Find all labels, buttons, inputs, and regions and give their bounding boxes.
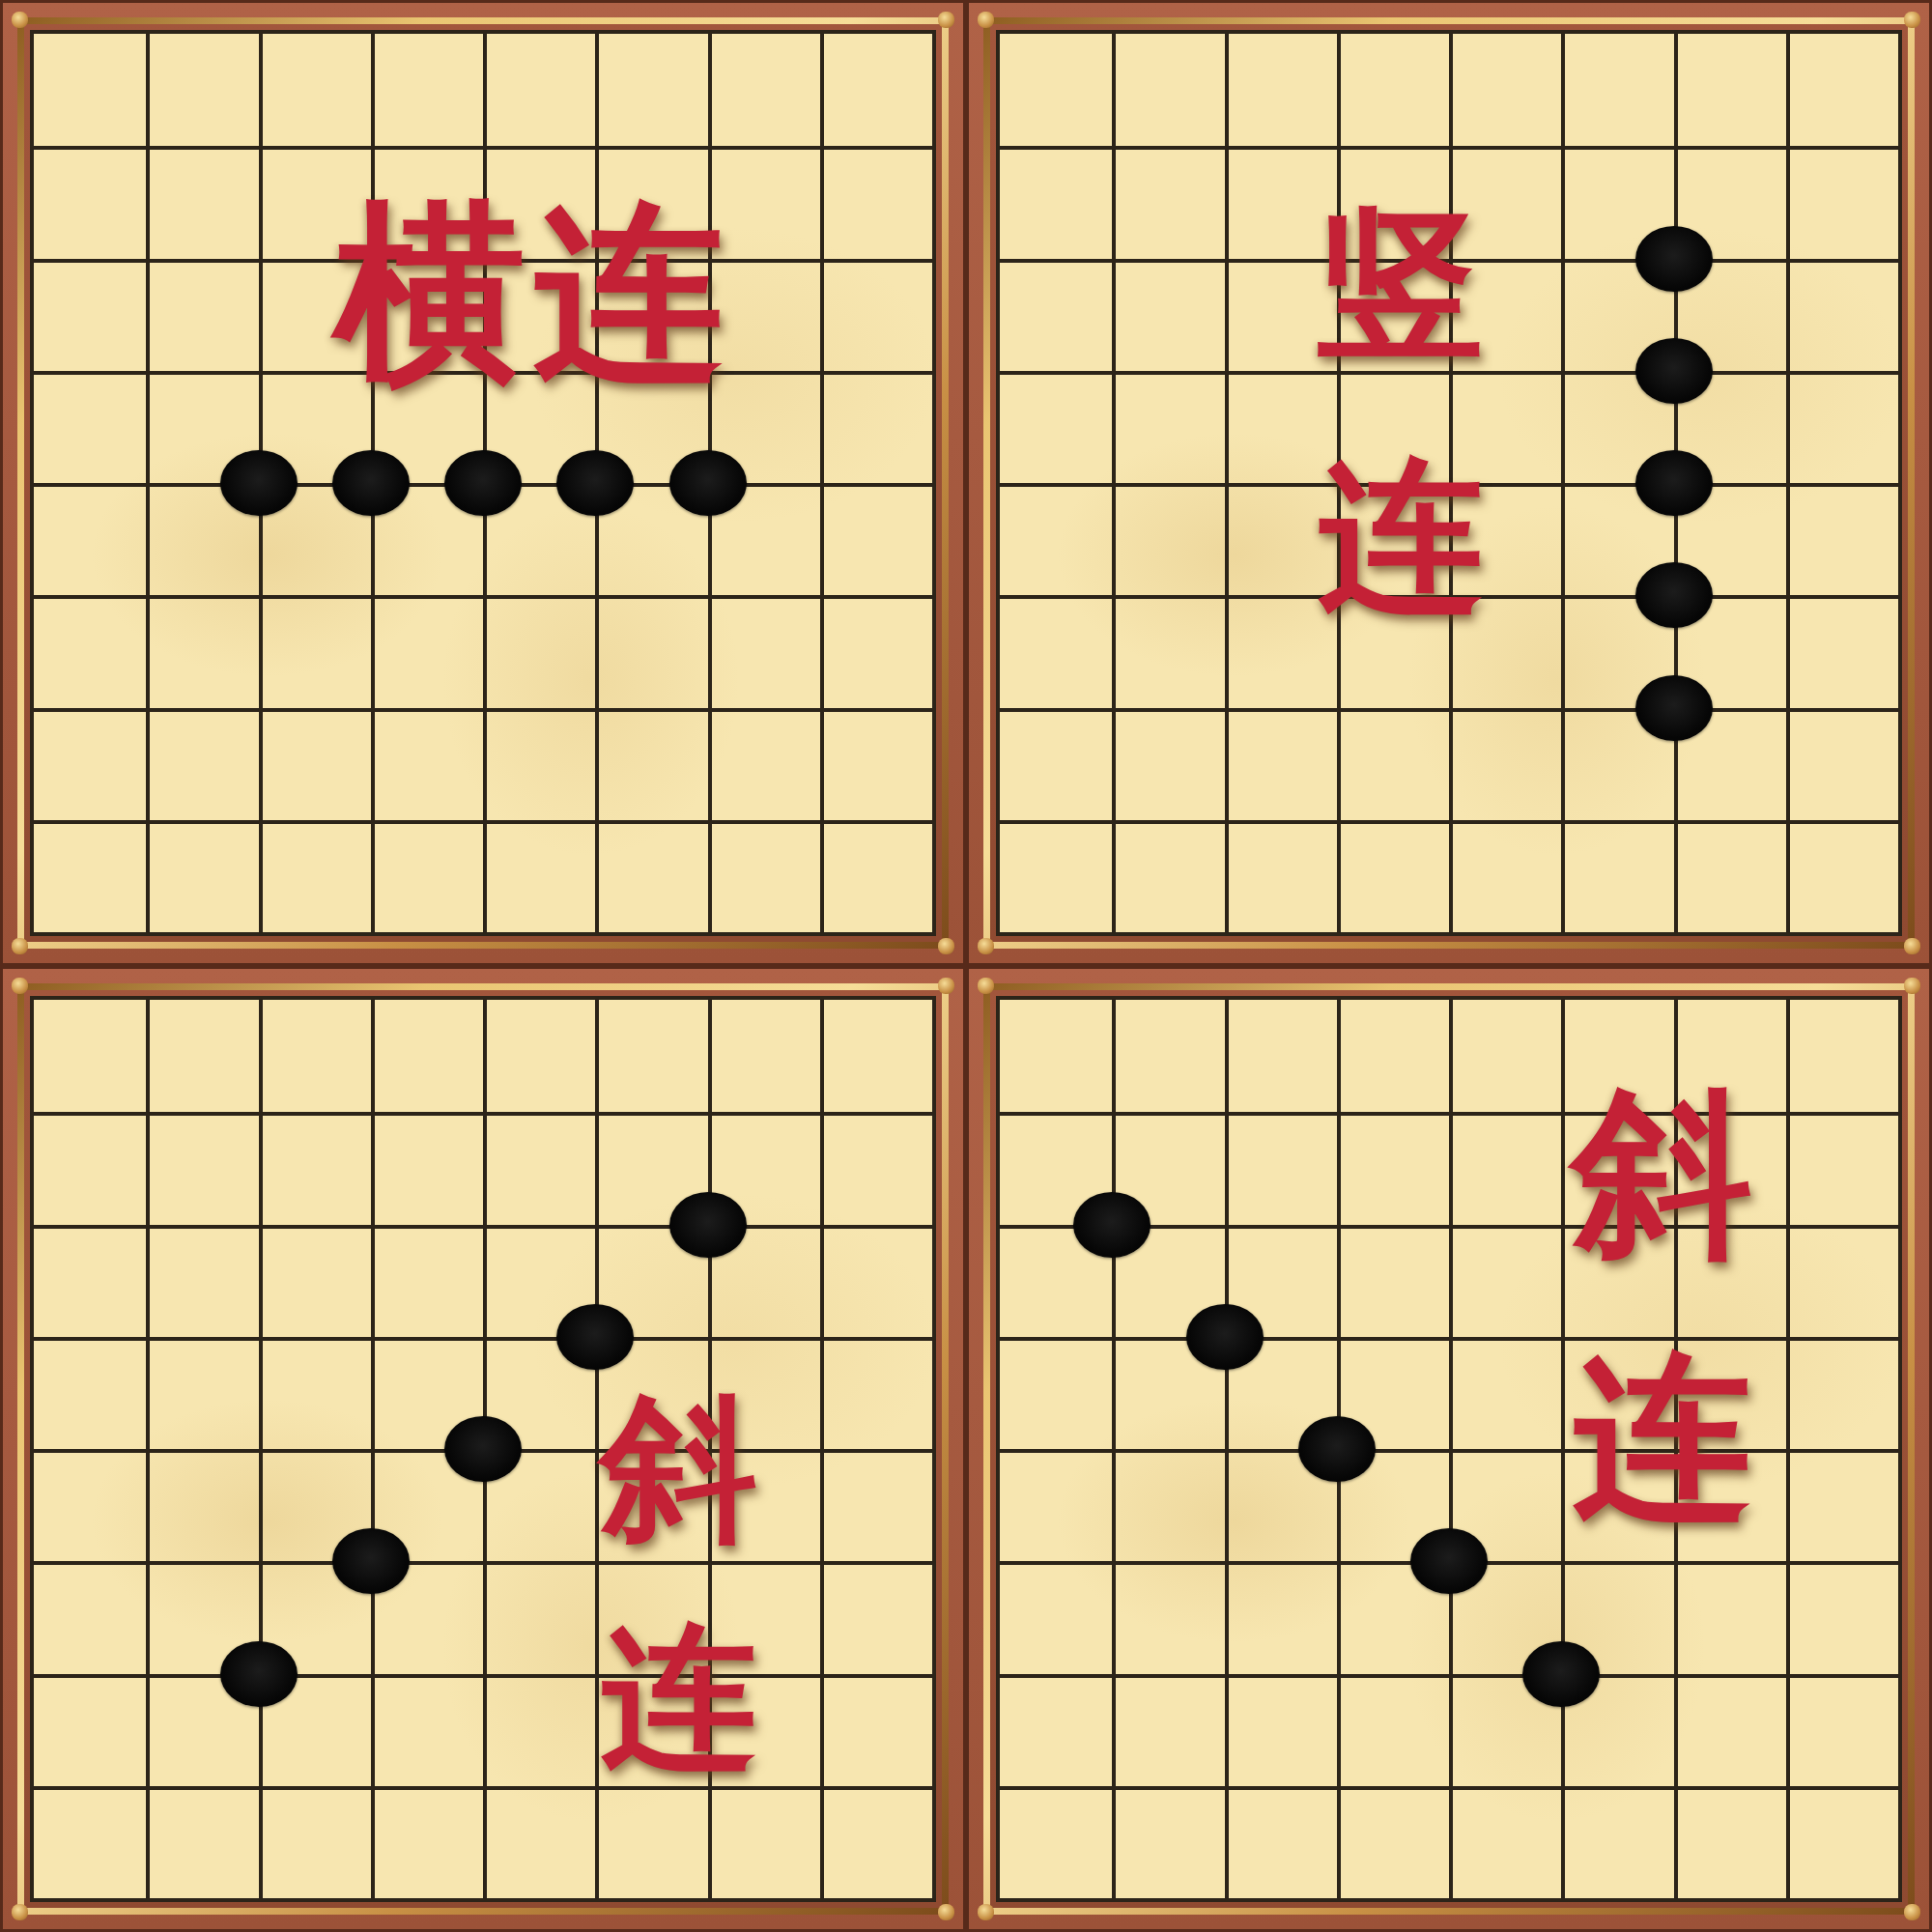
black-stone xyxy=(1635,338,1713,404)
board-bottom-right-diagonal-pattern: 斜连 xyxy=(966,966,1932,1932)
black-stone xyxy=(556,1304,634,1370)
frame-gold-fillet: 竖连 xyxy=(983,17,1915,949)
gomoku-patterns-sheet: 横连 竖连 xyxy=(0,0,1932,1932)
pattern-label-text: 连 xyxy=(1572,1348,1751,1527)
black-stone xyxy=(444,450,522,516)
black-stone xyxy=(1186,1304,1264,1370)
black-stone xyxy=(1635,675,1713,741)
frame-corner-ornament xyxy=(938,938,954,954)
black-stone xyxy=(220,1641,298,1707)
black-stone xyxy=(1635,450,1713,516)
pattern-label-text: 竖 xyxy=(1318,202,1484,368)
black-stone xyxy=(1635,226,1713,292)
pattern-label: 横连 xyxy=(334,197,732,388)
pattern-label-text: 横连 xyxy=(334,197,732,388)
black-stone xyxy=(220,450,298,516)
stones-layer xyxy=(1000,1000,1898,1898)
pattern-label: 竖连 xyxy=(1318,202,1484,619)
frame-corner-ornament xyxy=(978,938,994,954)
pattern-label: 斜连 xyxy=(601,1389,757,1775)
frame-corner-ornament xyxy=(938,12,954,28)
black-stone xyxy=(1298,1416,1376,1482)
black-stone xyxy=(669,1192,747,1258)
board-surface: 斜连 xyxy=(30,996,936,1902)
board-frame: 竖连 xyxy=(969,3,1929,963)
frame-inner-band: 横连 xyxy=(24,24,942,942)
frame-inner-band: 斜连 xyxy=(24,990,942,1908)
stones-layer xyxy=(34,34,932,932)
frame-corner-ornament xyxy=(938,978,954,994)
frame-gold-fillet: 横连 xyxy=(17,17,949,949)
frame-inner-band: 竖连 xyxy=(990,24,1908,942)
board-surface: 斜连 xyxy=(996,996,1902,1902)
board-frame: 斜连 xyxy=(969,969,1929,1929)
black-stone xyxy=(556,450,634,516)
frame-corner-ornament xyxy=(12,938,28,954)
frame-corner-ornament xyxy=(12,12,28,28)
pattern-label-text: 连 xyxy=(1318,453,1484,619)
frame-corner-ornament xyxy=(1904,1904,1920,1920)
frame-corner-ornament xyxy=(12,978,28,994)
stones-layer xyxy=(34,1000,932,1898)
pattern-label: 斜连 xyxy=(1572,1084,1751,1527)
frame-gold-fillet: 斜连 xyxy=(17,983,949,1915)
board-bottom-left-diagonal-pattern: 斜连 xyxy=(0,966,966,1932)
frame-corner-ornament xyxy=(938,1904,954,1920)
frame-corner-ornament xyxy=(978,978,994,994)
pattern-label-text: 斜 xyxy=(1572,1084,1751,1264)
black-stone xyxy=(444,1416,522,1482)
frame-corner-ornament xyxy=(978,12,994,28)
black-stone xyxy=(1635,562,1713,628)
black-stone xyxy=(1410,1528,1488,1594)
pattern-label-text: 连 xyxy=(601,1618,757,1775)
frame-gold-fillet: 斜连 xyxy=(983,983,1915,1915)
frame-corner-ornament xyxy=(978,1904,994,1920)
black-stone xyxy=(332,1528,410,1594)
black-stone xyxy=(1073,1192,1151,1258)
pattern-label-text: 斜 xyxy=(601,1389,757,1546)
frame-corner-ornament xyxy=(1904,978,1920,994)
black-stone xyxy=(332,450,410,516)
black-stone xyxy=(669,450,747,516)
frame-corner-ornament xyxy=(12,1904,28,1920)
frame-corner-ornament xyxy=(1904,12,1920,28)
board-frame: 斜连 xyxy=(3,969,963,1929)
board-surface: 竖连 xyxy=(996,30,1902,936)
board-top-left-horizontal-pattern: 横连 xyxy=(0,0,966,966)
board-top-right-vertical-pattern: 竖连 xyxy=(966,0,1932,966)
frame-corner-ornament xyxy=(1904,938,1920,954)
frame-inner-band: 斜连 xyxy=(990,990,1908,1908)
black-stone xyxy=(1522,1641,1600,1707)
board-surface: 横连 xyxy=(30,30,936,936)
board-frame: 横连 xyxy=(3,3,963,963)
